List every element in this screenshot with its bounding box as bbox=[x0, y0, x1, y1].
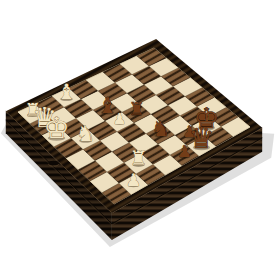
black-rook-e5: ♜ bbox=[129, 99, 145, 119]
piece-glyph: ♟ bbox=[177, 142, 192, 161]
piece-glyph: ♜ bbox=[130, 147, 148, 170]
white-rook-c2: ♜ bbox=[130, 147, 148, 170]
white-pawn-d5: ♟ bbox=[113, 110, 127, 128]
white-bishop-c8: ♝ bbox=[57, 79, 76, 104]
piece-glyph: ♞ bbox=[151, 116, 170, 141]
piece-glyph: ♝ bbox=[57, 79, 76, 104]
piece-glyph: ♞ bbox=[76, 121, 95, 146]
piece-glyph: ♜ bbox=[129, 99, 145, 119]
drawer-notch bbox=[49, 161, 59, 165]
black-queen-f1: ♛ bbox=[189, 121, 215, 155]
piece-glyph: ♛ bbox=[189, 121, 215, 155]
chess-set-product-photo: ♝♝♜♜♟♛♚♞♟♚♞♛♟♜♟ bbox=[0, 0, 280, 280]
piece-glyph: ♚ bbox=[43, 111, 69, 145]
piece-glyph: ♟ bbox=[113, 110, 127, 128]
chess-board-photo: ♝♝♜♜♟♛♚♞♟♚♞♛♟♜♟ bbox=[0, 0, 280, 280]
white-king-a6: ♚ bbox=[43, 111, 69, 145]
black-pawn-e1: ♟ bbox=[177, 142, 192, 161]
piece-glyph: ♟ bbox=[126, 170, 141, 190]
white-pawn-b1: ♟ bbox=[126, 170, 141, 190]
white-knight-b5: ♞ bbox=[76, 121, 95, 146]
black-knight-e3: ♞ bbox=[151, 116, 170, 141]
